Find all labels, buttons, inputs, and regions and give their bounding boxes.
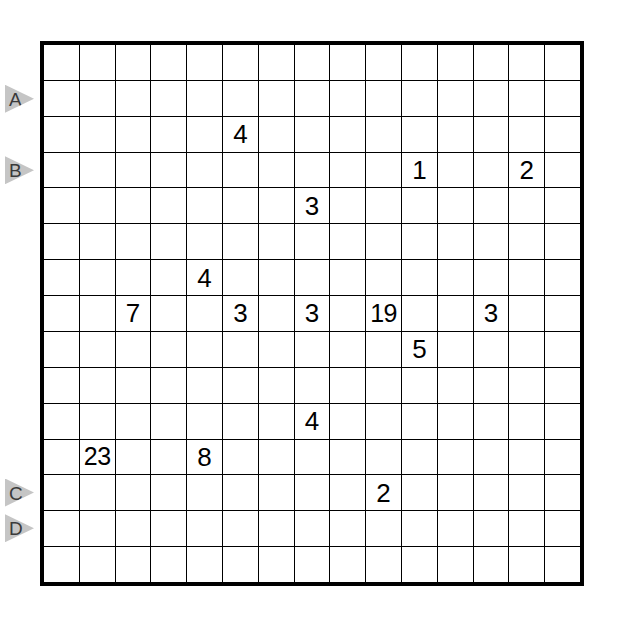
puzzle-canvas: 41234733193542382 ABCD bbox=[0, 0, 625, 632]
cell-r1c7[interactable] bbox=[259, 45, 294, 80]
cell-r9c4[interactable] bbox=[151, 332, 186, 367]
row-marker-d-arrow-icon: D bbox=[5, 514, 34, 542]
cell-r12c1[interactable] bbox=[44, 440, 79, 475]
cell-r12c13[interactable] bbox=[474, 440, 509, 475]
cell-r6c10[interactable] bbox=[366, 224, 401, 259]
cell-r1c8[interactable] bbox=[295, 45, 330, 80]
cell-r13c3[interactable] bbox=[116, 475, 151, 510]
cell-r14c3[interactable] bbox=[116, 511, 151, 546]
cell-r9c8[interactable] bbox=[295, 332, 330, 367]
cell-r13c15[interactable] bbox=[545, 475, 580, 510]
cell-r8c11[interactable] bbox=[402, 296, 437, 331]
cell-r1c13[interactable] bbox=[474, 45, 509, 80]
cell-r1c14[interactable] bbox=[509, 45, 544, 80]
cell-r4c6[interactable] bbox=[223, 153, 258, 188]
cell-r12c15[interactable] bbox=[545, 440, 580, 475]
cell-r7c10[interactable] bbox=[366, 260, 401, 295]
cell-r14c14[interactable] bbox=[509, 511, 544, 546]
clue-cell-r9c11[interactable]: 5 bbox=[402, 332, 437, 367]
cell-r11c7[interactable] bbox=[259, 404, 294, 439]
cell-r7c4[interactable] bbox=[151, 260, 186, 295]
cell-r12c3[interactable] bbox=[116, 440, 151, 475]
cell-r14c7[interactable] bbox=[259, 511, 294, 546]
cell-r7c8[interactable] bbox=[295, 260, 330, 295]
cell-r11c1[interactable] bbox=[44, 404, 79, 439]
cell-r4c1[interactable] bbox=[44, 153, 79, 188]
cell-r14c4[interactable] bbox=[151, 511, 186, 546]
clue-cell-r4c14[interactable]: 2 bbox=[509, 153, 544, 188]
cell-r5c2[interactable] bbox=[80, 188, 115, 223]
cell-r12c9[interactable] bbox=[330, 440, 365, 475]
cell-r13c14[interactable] bbox=[509, 475, 544, 510]
cell-r1c5[interactable] bbox=[187, 45, 222, 80]
cell-r7c15[interactable] bbox=[545, 260, 580, 295]
cell-r12c4[interactable] bbox=[151, 440, 186, 475]
cell-r4c10[interactable] bbox=[366, 153, 401, 188]
cell-r9c3[interactable] bbox=[116, 332, 151, 367]
cell-r8c14[interactable] bbox=[509, 296, 544, 331]
cell-r5c15[interactable] bbox=[545, 188, 580, 223]
cell-r3c9[interactable] bbox=[330, 117, 365, 152]
cell-r11c6[interactable] bbox=[223, 404, 258, 439]
cell-r1c2[interactable] bbox=[80, 45, 115, 80]
cell-r10c3[interactable] bbox=[116, 368, 151, 403]
cell-r6c3[interactable] bbox=[116, 224, 151, 259]
cell-r5c4[interactable] bbox=[151, 188, 186, 223]
cell-r1c6[interactable] bbox=[223, 45, 258, 80]
cell-r5c11[interactable] bbox=[402, 188, 437, 223]
cell-r10c13[interactable] bbox=[474, 368, 509, 403]
cell-r4c12[interactable] bbox=[438, 153, 473, 188]
cell-r13c11[interactable] bbox=[402, 475, 437, 510]
cell-r12c12[interactable] bbox=[438, 440, 473, 475]
cell-r3c4[interactable] bbox=[151, 117, 186, 152]
cell-r2c9[interactable] bbox=[330, 81, 365, 116]
cell-r1c15[interactable] bbox=[545, 45, 580, 80]
cell-r13c6[interactable] bbox=[223, 475, 258, 510]
cell-r12c14[interactable] bbox=[509, 440, 544, 475]
cell-r11c13[interactable] bbox=[474, 404, 509, 439]
cell-r12c7[interactable] bbox=[259, 440, 294, 475]
cell-r2c14[interactable] bbox=[509, 81, 544, 116]
cell-r6c1[interactable] bbox=[44, 224, 79, 259]
cell-r14c12[interactable] bbox=[438, 511, 473, 546]
cell-r9c13[interactable] bbox=[474, 332, 509, 367]
cell-r10c7[interactable] bbox=[259, 368, 294, 403]
cell-r4c13[interactable] bbox=[474, 153, 509, 188]
cell-r2c2[interactable] bbox=[80, 81, 115, 116]
clue-cell-r8c13[interactable]: 3 bbox=[474, 296, 509, 331]
cell-r9c5[interactable] bbox=[187, 332, 222, 367]
cell-r6c14[interactable] bbox=[509, 224, 544, 259]
cell-r3c15[interactable] bbox=[545, 117, 580, 152]
cell-r10c9[interactable] bbox=[330, 368, 365, 403]
cell-r3c1[interactable] bbox=[44, 117, 79, 152]
clue-cell-r5c8[interactable]: 3 bbox=[295, 188, 330, 223]
cell-r14c8[interactable] bbox=[295, 511, 330, 546]
cell-r15c11[interactable] bbox=[402, 547, 437, 582]
cell-r12c6[interactable] bbox=[223, 440, 258, 475]
cell-r6c11[interactable] bbox=[402, 224, 437, 259]
cell-r3c10[interactable] bbox=[366, 117, 401, 152]
cell-r7c1[interactable] bbox=[44, 260, 79, 295]
cell-r12c10[interactable] bbox=[366, 440, 401, 475]
cell-r2c6[interactable] bbox=[223, 81, 258, 116]
clue-cell-r3c6[interactable]: 4 bbox=[223, 117, 258, 152]
cell-r13c1[interactable] bbox=[44, 475, 79, 510]
cell-r14c6[interactable] bbox=[223, 511, 258, 546]
cell-r10c15[interactable] bbox=[545, 368, 580, 403]
cell-r3c2[interactable] bbox=[80, 117, 115, 152]
cell-r14c11[interactable] bbox=[402, 511, 437, 546]
clue-cell-r12c5[interactable]: 8 bbox=[187, 440, 222, 475]
clue-cell-r8c6[interactable]: 3 bbox=[223, 296, 258, 331]
cell-r10c12[interactable] bbox=[438, 368, 473, 403]
cell-r15c2[interactable] bbox=[80, 547, 115, 582]
cell-r1c4[interactable] bbox=[151, 45, 186, 80]
cell-r8c9[interactable] bbox=[330, 296, 365, 331]
cell-r9c6[interactable] bbox=[223, 332, 258, 367]
cell-r2c8[interactable] bbox=[295, 81, 330, 116]
cell-r8c7[interactable] bbox=[259, 296, 294, 331]
cell-r5c7[interactable] bbox=[259, 188, 294, 223]
cell-r8c5[interactable] bbox=[187, 296, 222, 331]
cell-r7c7[interactable] bbox=[259, 260, 294, 295]
cell-r11c14[interactable] bbox=[509, 404, 544, 439]
cell-r9c7[interactable] bbox=[259, 332, 294, 367]
cell-r8c15[interactable] bbox=[545, 296, 580, 331]
cell-r4c8[interactable] bbox=[295, 153, 330, 188]
cell-r7c2[interactable] bbox=[80, 260, 115, 295]
cell-r6c15[interactable] bbox=[545, 224, 580, 259]
cell-r10c10[interactable] bbox=[366, 368, 401, 403]
cell-r1c11[interactable] bbox=[402, 45, 437, 80]
cell-r9c9[interactable] bbox=[330, 332, 365, 367]
cell-r13c9[interactable] bbox=[330, 475, 365, 510]
puzzle-board: 41234733193542382 bbox=[40, 41, 584, 586]
cell-r4c2[interactable] bbox=[80, 153, 115, 188]
cell-r10c14[interactable] bbox=[509, 368, 544, 403]
cell-r1c3[interactable] bbox=[116, 45, 151, 80]
cell-r15c8[interactable] bbox=[295, 547, 330, 582]
cell-r2c4[interactable] bbox=[151, 81, 186, 116]
cell-r7c13[interactable] bbox=[474, 260, 509, 295]
cell-r3c8[interactable] bbox=[295, 117, 330, 152]
cell-r11c4[interactable] bbox=[151, 404, 186, 439]
cell-r5c10[interactable] bbox=[366, 188, 401, 223]
cell-r10c11[interactable] bbox=[402, 368, 437, 403]
cell-r13c13[interactable] bbox=[474, 475, 509, 510]
cell-r6c2[interactable] bbox=[80, 224, 115, 259]
cell-r11c10[interactable] bbox=[366, 404, 401, 439]
cell-r15c1[interactable] bbox=[44, 547, 79, 582]
cell-r7c11[interactable] bbox=[402, 260, 437, 295]
cell-r15c5[interactable] bbox=[187, 547, 222, 582]
cell-r10c5[interactable] bbox=[187, 368, 222, 403]
cell-r11c9[interactable] bbox=[330, 404, 365, 439]
cell-r7c9[interactable] bbox=[330, 260, 365, 295]
row-marker-c-arrow-icon: C bbox=[5, 479, 34, 507]
cell-r11c3[interactable] bbox=[116, 404, 151, 439]
cell-r2c5[interactable] bbox=[187, 81, 222, 116]
cell-r11c2[interactable] bbox=[80, 404, 115, 439]
cell-r6c8[interactable] bbox=[295, 224, 330, 259]
cell-r8c12[interactable] bbox=[438, 296, 473, 331]
clue-cell-r8c3[interactable]: 7 bbox=[116, 296, 151, 331]
cell-r10c4[interactable] bbox=[151, 368, 186, 403]
cell-r5c9[interactable] bbox=[330, 188, 365, 223]
cell-r5c5[interactable] bbox=[187, 188, 222, 223]
cell-r10c2[interactable] bbox=[80, 368, 115, 403]
cell-r13c2[interactable] bbox=[80, 475, 115, 510]
cell-r9c10[interactable] bbox=[366, 332, 401, 367]
cell-r3c7[interactable] bbox=[259, 117, 294, 152]
cell-r2c11[interactable] bbox=[402, 81, 437, 116]
cell-r1c12[interactable] bbox=[438, 45, 473, 80]
cell-r6c9[interactable] bbox=[330, 224, 365, 259]
cell-r10c6[interactable] bbox=[223, 368, 258, 403]
clue-cell-r4c11[interactable]: 1 bbox=[402, 153, 437, 188]
cell-r6c6[interactable] bbox=[223, 224, 258, 259]
cell-r5c1[interactable] bbox=[44, 188, 79, 223]
cell-r6c13[interactable] bbox=[474, 224, 509, 259]
cell-r1c1[interactable] bbox=[44, 45, 79, 80]
cell-r7c3[interactable] bbox=[116, 260, 151, 295]
cell-r13c4[interactable] bbox=[151, 475, 186, 510]
cell-r14c9[interactable] bbox=[330, 511, 365, 546]
clue-cell-r13c10[interactable]: 2 bbox=[366, 475, 401, 510]
cell-r14c15[interactable] bbox=[545, 511, 580, 546]
cell-r10c8[interactable] bbox=[295, 368, 330, 403]
clue-cell-r8c8[interactable]: 3 bbox=[295, 296, 330, 331]
cell-r13c12[interactable] bbox=[438, 475, 473, 510]
cell-r12c11[interactable] bbox=[402, 440, 437, 475]
cell-r6c5[interactable] bbox=[187, 224, 222, 259]
clue-cell-r7c5[interactable]: 4 bbox=[187, 260, 222, 295]
cell-r8c1[interactable] bbox=[44, 296, 79, 331]
cell-r2c10[interactable] bbox=[366, 81, 401, 116]
cell-r2c7[interactable] bbox=[259, 81, 294, 116]
cell-r9c2[interactable] bbox=[80, 332, 115, 367]
cell-r8c4[interactable] bbox=[151, 296, 186, 331]
cell-r4c5[interactable] bbox=[187, 153, 222, 188]
cell-r11c5[interactable] bbox=[187, 404, 222, 439]
cell-r4c7[interactable] bbox=[259, 153, 294, 188]
cell-r7c12[interactable] bbox=[438, 260, 473, 295]
cell-r14c1[interactable] bbox=[44, 511, 79, 546]
cell-r4c15[interactable] bbox=[545, 153, 580, 188]
cell-r14c2[interactable] bbox=[80, 511, 115, 546]
cell-r15c15[interactable] bbox=[545, 547, 580, 582]
cell-r3c5[interactable] bbox=[187, 117, 222, 152]
cell-r3c3[interactable] bbox=[116, 117, 151, 152]
cell-r11c11[interactable] bbox=[402, 404, 437, 439]
cell-r15c9[interactable] bbox=[330, 547, 365, 582]
cell-r1c10[interactable] bbox=[366, 45, 401, 80]
cell-r12c8[interactable] bbox=[295, 440, 330, 475]
cell-r9c14[interactable] bbox=[509, 332, 544, 367]
cell-r9c1[interactable] bbox=[44, 332, 79, 367]
clue-cell-r12c2[interactable]: 23 bbox=[80, 440, 115, 475]
cell-r9c12[interactable] bbox=[438, 332, 473, 367]
cell-r15c4[interactable] bbox=[151, 547, 186, 582]
cell-r3c12[interactable] bbox=[438, 117, 473, 152]
cell-r15c7[interactable] bbox=[259, 547, 294, 582]
cell-r15c10[interactable] bbox=[366, 547, 401, 582]
cell-r4c9[interactable] bbox=[330, 153, 365, 188]
cell-r15c14[interactable] bbox=[509, 547, 544, 582]
row-marker-c-label: C bbox=[9, 483, 23, 502]
cell-r5c12[interactable] bbox=[438, 188, 473, 223]
cell-r13c5[interactable] bbox=[187, 475, 222, 510]
cell-r15c13[interactable] bbox=[474, 547, 509, 582]
cell-r6c4[interactable] bbox=[151, 224, 186, 259]
cell-r10c1[interactable] bbox=[44, 368, 79, 403]
cell-r13c7[interactable] bbox=[259, 475, 294, 510]
cell-r6c7[interactable] bbox=[259, 224, 294, 259]
cell-r5c6[interactable] bbox=[223, 188, 258, 223]
cell-r2c12[interactable] bbox=[438, 81, 473, 116]
cell-r5c3[interactable] bbox=[116, 188, 151, 223]
cell-r4c4[interactable] bbox=[151, 153, 186, 188]
cell-r15c6[interactable] bbox=[223, 547, 258, 582]
cell-r13c8[interactable] bbox=[295, 475, 330, 510]
clue-cell-r11c8[interactable]: 4 bbox=[295, 404, 330, 439]
cell-r14c10[interactable] bbox=[366, 511, 401, 546]
cell-r3c13[interactable] bbox=[474, 117, 509, 152]
cell-r5c13[interactable] bbox=[474, 188, 509, 223]
cell-r5c14[interactable] bbox=[509, 188, 544, 223]
cell-r11c15[interactable] bbox=[545, 404, 580, 439]
cell-r7c6[interactable] bbox=[223, 260, 258, 295]
cell-r2c3[interactable] bbox=[116, 81, 151, 116]
cell-r2c1[interactable] bbox=[44, 81, 79, 116]
row-marker-a-label: A bbox=[9, 89, 22, 108]
cell-r15c12[interactable] bbox=[438, 547, 473, 582]
cell-r7c14[interactable] bbox=[509, 260, 544, 295]
cell-r9c15[interactable] bbox=[545, 332, 580, 367]
clue-cell-r8c10[interactable]: 19 bbox=[366, 296, 401, 331]
cell-r4c3[interactable] bbox=[116, 153, 151, 188]
cell-r14c13[interactable] bbox=[474, 511, 509, 546]
cell-r11c12[interactable] bbox=[438, 404, 473, 439]
row-marker-b-label: B bbox=[9, 161, 22, 180]
cell-r1c9[interactable] bbox=[330, 45, 365, 80]
puzzle-grid: 41234733193542382 bbox=[44, 45, 580, 582]
row-marker-b-arrow-icon: B bbox=[5, 156, 34, 184]
cell-r15c3[interactable] bbox=[116, 547, 151, 582]
cell-r2c13[interactable] bbox=[474, 81, 509, 116]
cell-r6c12[interactable] bbox=[438, 224, 473, 259]
cell-r8c2[interactable] bbox=[80, 296, 115, 331]
cell-r14c5[interactable] bbox=[187, 511, 222, 546]
cell-r3c14[interactable] bbox=[509, 117, 544, 152]
row-marker-d-label: D bbox=[9, 519, 23, 538]
row-marker-a-arrow-icon: A bbox=[5, 85, 34, 113]
cell-r2c15[interactable] bbox=[545, 81, 580, 116]
cell-r3c11[interactable] bbox=[402, 117, 437, 152]
